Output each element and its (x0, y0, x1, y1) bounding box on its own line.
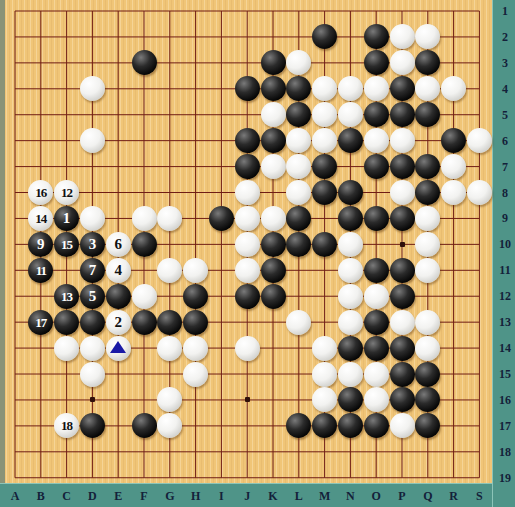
white-stone-N12 (338, 284, 363, 309)
star-point-J16 (245, 397, 250, 402)
black-stone-N6 (338, 128, 363, 153)
row-label-1: 1 (502, 4, 508, 19)
white-stone-S8 (467, 180, 492, 205)
white-stone-F9 (132, 206, 157, 231)
column-label-O: O (372, 489, 381, 504)
white-stone-S6 (467, 128, 492, 153)
black-stone-J6 (235, 128, 260, 153)
black-stone-F3 (132, 50, 157, 75)
go-diagram: 161214191536117413517218 123456789101112… (0, 0, 515, 507)
white-stone-Q13 (415, 310, 440, 335)
row-label-3: 3 (502, 55, 508, 70)
black-stone-J4 (235, 76, 260, 101)
white-stone-R8 (441, 180, 466, 205)
row-label-19: 19 (499, 470, 511, 485)
white-stone-D15 (80, 362, 105, 387)
black-stone-P9 (390, 206, 415, 231)
white-stone-M15 (312, 362, 337, 387)
white-stone-N13 (338, 310, 363, 335)
go-board[interactable]: 161214191536117413517218 (0, 0, 492, 483)
row-coordinate-strip: 12345678910111213141516171819 (492, 0, 515, 507)
white-stone-F12 (132, 284, 157, 309)
black-stone-M7 (312, 154, 337, 179)
column-label-D: D (88, 489, 97, 504)
white-stone-O12 (364, 284, 389, 309)
white-stone-K7 (261, 154, 286, 179)
black-stone-K6 (261, 128, 286, 153)
black-stone-M10 (312, 232, 337, 257)
white-stone-E13: 2 (106, 310, 131, 335)
move-number-12: 12 (61, 186, 72, 199)
column-label-P: P (398, 489, 405, 504)
row-label-9: 9 (502, 211, 508, 226)
white-stone-E11: 4 (106, 258, 131, 283)
black-stone-B11: 11 (28, 258, 53, 283)
move-number-18: 18 (61, 419, 72, 432)
black-stone-N9 (338, 206, 363, 231)
white-stone-D14 (80, 336, 105, 361)
black-stone-O9 (364, 206, 389, 231)
black-stone-O14 (364, 336, 389, 361)
row-label-18: 18 (499, 444, 511, 459)
move-number-11: 11 (36, 264, 46, 277)
white-stone-K5 (261, 102, 286, 127)
black-stone-K12 (261, 284, 286, 309)
black-stone-N8 (338, 180, 363, 205)
black-stone-H13 (183, 310, 208, 335)
white-stone-H15 (183, 362, 208, 387)
black-stone-J7 (235, 154, 260, 179)
white-stone-Q11 (415, 258, 440, 283)
white-stone-O6 (364, 128, 389, 153)
row-label-2: 2 (502, 29, 508, 44)
white-stone-P8 (390, 180, 415, 205)
white-stone-C14 (54, 336, 79, 361)
row-label-5: 5 (502, 107, 508, 122)
white-stone-J8 (235, 180, 260, 205)
white-stone-H11 (183, 258, 208, 283)
black-stone-P4 (390, 76, 415, 101)
black-stone-D11: 7 (80, 258, 105, 283)
white-stone-J11 (235, 258, 260, 283)
move-number-4: 4 (114, 263, 122, 278)
black-stone-H12 (183, 284, 208, 309)
black-stone-O13 (364, 310, 389, 335)
black-stone-B10: 9 (28, 232, 53, 257)
white-stone-P2 (390, 24, 415, 49)
white-stone-D6 (80, 128, 105, 153)
column-label-H: H (191, 489, 200, 504)
white-stone-N15 (338, 362, 363, 387)
white-stone-K9 (261, 206, 286, 231)
column-label-M: M (319, 489, 330, 504)
black-stone-M8 (312, 180, 337, 205)
black-stone-O11 (364, 258, 389, 283)
column-label-C: C (62, 489, 71, 504)
row-label-16: 16 (499, 392, 511, 407)
column-label-N: N (346, 489, 355, 504)
row-label-11: 11 (499, 263, 510, 278)
white-stone-P6 (390, 128, 415, 153)
white-stone-L13 (286, 310, 311, 335)
move-number-16: 16 (35, 186, 46, 199)
white-stone-N5 (338, 102, 363, 127)
column-label-F: F (140, 489, 147, 504)
white-stone-O15 (364, 362, 389, 387)
move-number-1: 1 (63, 211, 71, 226)
column-label-L: L (295, 489, 303, 504)
row-label-12: 12 (499, 289, 511, 304)
row-label-13: 13 (499, 315, 511, 330)
white-stone-J10 (235, 232, 260, 257)
white-stone-G11 (157, 258, 182, 283)
move-number-2: 2 (114, 315, 122, 330)
black-stone-P7 (390, 154, 415, 179)
black-stone-J12 (235, 284, 260, 309)
column-label-I: I (219, 489, 224, 504)
black-stone-F13 (132, 310, 157, 335)
black-stone-K4 (261, 76, 286, 101)
black-stone-O17 (364, 413, 389, 438)
white-stone-E10: 6 (106, 232, 131, 257)
move-number-9: 9 (37, 237, 45, 252)
black-stone-I9 (209, 206, 234, 231)
row-label-17: 17 (499, 418, 511, 433)
black-stone-C9: 1 (54, 206, 79, 231)
move-number-6: 6 (114, 237, 122, 252)
white-stone-N11 (338, 258, 363, 283)
column-label-B: B (37, 489, 45, 504)
black-stone-P16 (390, 387, 415, 412)
black-stone-K3 (261, 50, 286, 75)
row-label-4: 4 (502, 81, 508, 96)
white-stone-D4 (80, 76, 105, 101)
star-point-P10 (400, 242, 405, 247)
row-label-15: 15 (499, 367, 511, 382)
white-stone-P13 (390, 310, 415, 335)
black-stone-O2 (364, 24, 389, 49)
white-stone-Q14 (415, 336, 440, 361)
white-stone-H14 (183, 336, 208, 361)
row-label-10: 10 (499, 237, 511, 252)
black-stone-B13: 17 (28, 310, 53, 335)
white-stone-P17 (390, 413, 415, 438)
row-label-8: 8 (502, 185, 508, 200)
column-label-E: E (114, 489, 122, 504)
row-label-6: 6 (502, 133, 508, 148)
black-stone-P14 (390, 336, 415, 361)
column-label-S: S (476, 489, 483, 504)
black-stone-D10: 3 (80, 232, 105, 257)
column-label-A: A (11, 489, 20, 504)
white-stone-O4 (364, 76, 389, 101)
move-number-5: 5 (89, 289, 97, 304)
white-stone-C8: 12 (54, 180, 79, 205)
white-stone-J9 (235, 206, 260, 231)
black-stone-O7 (364, 154, 389, 179)
black-stone-O3 (364, 50, 389, 75)
black-stone-C12: 13 (54, 284, 79, 309)
column-coordinate-strip: ABCDEFGHIJKLMNOPQRS (0, 483, 492, 507)
white-stone-P3 (390, 50, 415, 75)
black-stone-P15 (390, 362, 415, 387)
white-stone-J14 (235, 336, 260, 361)
move-number-7: 7 (89, 263, 97, 278)
white-stone-N10 (338, 232, 363, 257)
star-point-D16 (90, 397, 95, 402)
black-stone-D13 (80, 310, 105, 335)
black-stone-F10 (132, 232, 157, 257)
black-stone-Q15 (415, 362, 440, 387)
move-number-17: 17 (35, 316, 46, 329)
white-stone-R7 (441, 154, 466, 179)
black-stone-C10: 15 (54, 232, 79, 257)
black-stone-G13 (157, 310, 182, 335)
white-stone-M14 (312, 336, 337, 361)
move-number-3: 3 (89, 237, 97, 252)
row-label-14: 14 (499, 341, 511, 356)
column-label-R: R (449, 489, 458, 504)
move-number-13: 13 (61, 290, 72, 303)
move-number-15: 15 (61, 238, 72, 251)
white-stone-N4 (338, 76, 363, 101)
black-stone-P5 (390, 102, 415, 127)
black-stone-N14 (338, 336, 363, 361)
black-stone-O5 (364, 102, 389, 127)
white-stone-O16 (364, 387, 389, 412)
triangle-marker-E14 (110, 341, 126, 353)
black-stone-L10 (286, 232, 311, 257)
white-stone-G14 (157, 336, 182, 361)
column-label-Q: Q (423, 489, 432, 504)
row-label-7: 7 (502, 159, 508, 174)
white-stone-Q10 (415, 232, 440, 257)
black-stone-D12: 5 (80, 284, 105, 309)
black-stone-K10 (261, 232, 286, 257)
column-label-J: J (244, 489, 250, 504)
black-stone-F17 (132, 413, 157, 438)
move-number-14: 14 (35, 212, 46, 225)
black-stone-P11 (390, 258, 415, 283)
black-stone-K11 (261, 258, 286, 283)
black-stone-E12 (106, 284, 131, 309)
black-stone-P12 (390, 284, 415, 309)
column-label-K: K (268, 489, 277, 504)
column-label-G: G (165, 489, 174, 504)
white-stone-D9 (80, 206, 105, 231)
black-stone-C13 (54, 310, 79, 335)
